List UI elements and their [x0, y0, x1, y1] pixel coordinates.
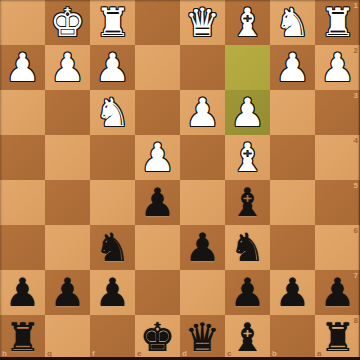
square-a3[interactable]: 3	[315, 90, 360, 135]
white-pawn[interactable]: ♟	[5, 45, 40, 90]
rank-label-3: 3	[354, 92, 358, 100]
square-h4[interactable]	[0, 135, 45, 180]
black-pawn[interactable]: ♟	[185, 225, 220, 270]
square-c7[interactable]: ♟	[225, 270, 270, 315]
rank-label-6: 6	[354, 227, 358, 235]
white-pawn[interactable]: ♟	[275, 45, 310, 90]
square-e5[interactable]: ♟	[135, 180, 180, 225]
black-knight[interactable]: ♞	[95, 225, 130, 270]
square-h1[interactable]	[0, 0, 45, 45]
black-queen[interactable]: ♛	[185, 315, 220, 360]
square-d7[interactable]	[180, 270, 225, 315]
white-pawn[interactable]: ♟	[185, 90, 220, 135]
black-bishop[interactable]: ♝	[230, 315, 265, 360]
black-bishop[interactable]: ♝	[230, 180, 265, 225]
white-pawn[interactable]: ♟	[50, 45, 85, 90]
square-b2[interactable]: ♟	[270, 45, 315, 90]
rank-label-8: 8	[354, 317, 358, 325]
square-h3[interactable]	[0, 90, 45, 135]
square-a2[interactable]: ♟2	[315, 45, 360, 90]
white-bishop[interactable]: ♝	[230, 0, 265, 45]
black-king[interactable]: ♚	[140, 315, 175, 360]
black-pawn[interactable]: ♟	[50, 270, 85, 315]
square-a8[interactable]: ♜8a	[315, 315, 360, 360]
square-g6[interactable]	[45, 225, 90, 270]
rank-label-2: 2	[354, 47, 358, 55]
square-d4[interactable]	[180, 135, 225, 180]
square-e7[interactable]	[135, 270, 180, 315]
black-pawn[interactable]: ♟	[320, 270, 355, 315]
square-c2[interactable]	[225, 45, 270, 90]
square-c6[interactable]: ♞	[225, 225, 270, 270]
square-f2[interactable]: ♟	[90, 45, 135, 90]
square-f7[interactable]: ♟	[90, 270, 135, 315]
square-f6[interactable]: ♞	[90, 225, 135, 270]
square-a1[interactable]: ♜1	[315, 0, 360, 45]
square-f3[interactable]: ♞	[90, 90, 135, 135]
square-g8[interactable]: g	[45, 315, 90, 360]
square-a6[interactable]: 6	[315, 225, 360, 270]
square-g1[interactable]: ♚	[45, 0, 90, 45]
square-g3[interactable]	[45, 90, 90, 135]
black-pawn[interactable]: ♟	[275, 270, 310, 315]
square-h7[interactable]: ♟	[0, 270, 45, 315]
white-queen[interactable]: ♛	[185, 0, 220, 45]
square-b8[interactable]: b	[270, 315, 315, 360]
square-e8[interactable]: ♚e	[135, 315, 180, 360]
square-b4[interactable]	[270, 135, 315, 180]
rank-label-4: 4	[354, 137, 358, 145]
square-e3[interactable]	[135, 90, 180, 135]
square-h6[interactable]	[0, 225, 45, 270]
white-pawn[interactable]: ♟	[230, 90, 265, 135]
rank-label-1: 1	[354, 2, 358, 10]
square-e2[interactable]	[135, 45, 180, 90]
square-d6[interactable]: ♟	[180, 225, 225, 270]
square-e4[interactable]: ♟	[135, 135, 180, 180]
square-f8[interactable]: f	[90, 315, 135, 360]
rank-label-7: 7	[354, 272, 358, 280]
square-g5[interactable]	[45, 180, 90, 225]
square-a4[interactable]: 4	[315, 135, 360, 180]
board-grid: ♚♜♛♝♞♜1♟♟♟♟♟2♞♟♟3♟♝4♟♝5♞♟♞6♟♟♟♟♟♟7♜hgf♚e…	[0, 0, 360, 360]
square-c8[interactable]: ♝c	[225, 315, 270, 360]
square-g7[interactable]: ♟	[45, 270, 90, 315]
square-d3[interactable]: ♟	[180, 90, 225, 135]
square-c5[interactable]: ♝	[225, 180, 270, 225]
square-b7[interactable]: ♟	[270, 270, 315, 315]
square-b3[interactable]	[270, 90, 315, 135]
white-pawn[interactable]: ♟	[140, 135, 175, 180]
square-b1[interactable]: ♞	[270, 0, 315, 45]
square-h8[interactable]: ♜h	[0, 315, 45, 360]
square-e1[interactable]	[135, 0, 180, 45]
square-a7[interactable]: ♟7	[315, 270, 360, 315]
chess-board: ♚♜♛♝♞♜1♟♟♟♟♟2♞♟♟3♟♝4♟♝5♞♟♞6♟♟♟♟♟♟7♜hgf♚e…	[0, 0, 360, 360]
square-f5[interactable]	[90, 180, 135, 225]
square-f4[interactable]	[90, 135, 135, 180]
white-rook[interactable]: ♜	[320, 0, 355, 45]
black-pawn[interactable]: ♟	[140, 180, 175, 225]
square-c3[interactable]: ♟	[225, 90, 270, 135]
square-a5[interactable]: 5	[315, 180, 360, 225]
rank-label-5: 5	[354, 182, 358, 190]
black-pawn[interactable]: ♟	[95, 270, 130, 315]
white-king[interactable]: ♚	[50, 0, 85, 45]
square-d5[interactable]	[180, 180, 225, 225]
white-pawn[interactable]: ♟	[95, 45, 130, 90]
black-rook[interactable]: ♜	[320, 315, 355, 360]
square-h5[interactable]	[0, 180, 45, 225]
square-c1[interactable]: ♝	[225, 0, 270, 45]
white-knight[interactable]: ♞	[275, 0, 310, 45]
square-h2[interactable]: ♟	[0, 45, 45, 90]
square-f1[interactable]: ♜	[90, 0, 135, 45]
square-b6[interactable]	[270, 225, 315, 270]
square-d1[interactable]: ♛	[180, 0, 225, 45]
square-d8[interactable]: ♛d	[180, 315, 225, 360]
black-pawn[interactable]: ♟	[230, 270, 265, 315]
square-d2[interactable]	[180, 45, 225, 90]
white-pawn[interactable]: ♟	[320, 45, 355, 90]
black-pawn[interactable]: ♟	[5, 270, 40, 315]
square-g4[interactable]	[45, 135, 90, 180]
black-rook[interactable]: ♜	[5, 315, 40, 360]
square-c4[interactable]: ♝	[225, 135, 270, 180]
square-b5[interactable]	[270, 180, 315, 225]
white-rook[interactable]: ♜	[95, 0, 130, 45]
square-g2[interactable]: ♟	[45, 45, 90, 90]
black-knight[interactable]: ♞	[230, 225, 265, 270]
white-bishop[interactable]: ♝	[230, 135, 265, 180]
square-e6[interactable]	[135, 225, 180, 270]
white-knight[interactable]: ♞	[95, 90, 130, 135]
